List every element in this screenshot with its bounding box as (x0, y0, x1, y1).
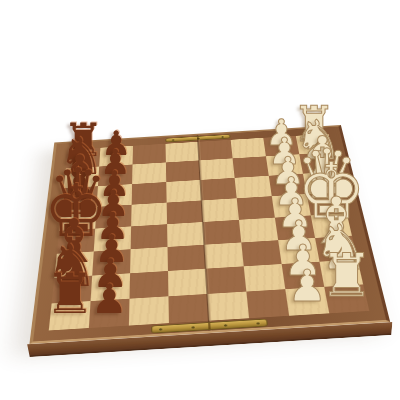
square-e5 (167, 222, 204, 247)
square-a7 (99, 146, 133, 167)
square-g5 (168, 269, 207, 297)
square-e2 (275, 215, 315, 240)
square-g1 (320, 259, 364, 286)
square-e6 (131, 224, 168, 249)
square-a5 (166, 142, 200, 163)
square-f2 (278, 238, 319, 264)
square-f8 (54, 251, 93, 277)
square-e1 (311, 213, 352, 238)
board-frame (29, 125, 390, 344)
square-c8 (62, 186, 98, 209)
square-f1 (315, 236, 357, 262)
square-e7 (94, 226, 131, 251)
square-a6 (133, 144, 166, 165)
square-f3 (241, 240, 281, 266)
square-f4 (204, 242, 243, 268)
square-d1 (307, 192, 347, 216)
square-c7 (97, 184, 132, 207)
square-e8 (57, 229, 95, 254)
hinge-screw-icon (256, 322, 260, 325)
square-b3 (233, 156, 269, 178)
board-perspective-scene (34, 53, 373, 392)
board-rotation-wrapper (0, 0, 400, 400)
square-a1 (296, 134, 333, 154)
square-h6 (129, 296, 169, 325)
square-h1 (324, 284, 369, 313)
square-b6 (132, 162, 166, 184)
square-b1 (299, 152, 337, 173)
square-g6 (130, 271, 169, 299)
square-d8 (59, 207, 96, 231)
square-c4 (200, 178, 236, 201)
folding-chess-board (29, 125, 390, 344)
square-a8 (66, 148, 101, 169)
square-h5 (168, 294, 209, 323)
square-h7 (89, 299, 130, 328)
square-h8 (49, 301, 91, 330)
square-c3 (235, 176, 272, 199)
square-c1 (303, 172, 342, 194)
hinge-screw-icon (159, 328, 162, 331)
square-d2 (272, 194, 311, 218)
square-g8 (52, 276, 93, 304)
square-e3 (239, 218, 278, 243)
square-c2 (269, 174, 307, 196)
square-h2 (285, 287, 329, 316)
square-c5 (166, 180, 201, 203)
square-g7 (91, 273, 131, 301)
hinge-screw-icon (172, 139, 175, 141)
hinge-knuckle-icon (208, 323, 211, 329)
square-d4 (202, 198, 239, 222)
square-d7 (95, 205, 131, 229)
hinge-screw-icon (224, 324, 228, 327)
square-a3 (231, 138, 266, 159)
square-b2 (266, 154, 303, 175)
square-d3 (237, 196, 275, 220)
square-h4 (207, 292, 249, 321)
square-e4 (203, 220, 241, 245)
square-b5 (166, 160, 201, 182)
square-g4 (206, 266, 246, 294)
square-h3 (246, 289, 289, 318)
hinge-knuckle-icon (197, 137, 199, 140)
hinge-screw-icon (191, 326, 194, 329)
square-f6 (130, 247, 168, 273)
square-b4 (199, 158, 234, 180)
square-g2 (282, 262, 325, 289)
square-b8 (64, 167, 99, 189)
square-b7 (98, 164, 133, 186)
square-a4 (198, 140, 232, 161)
square-d6 (131, 203, 167, 227)
square-g3 (244, 264, 286, 292)
square-d5 (167, 200, 203, 224)
square-c6 (132, 182, 167, 205)
square-f7 (92, 249, 130, 275)
product-photo: ♜♞♝♛♚♝♞♜♟♟♟♟♟♟♟♟♟♟♟♟♟♟♟♟♜♞♝♛♚♝♞♜ (0, 0, 400, 400)
square-f5 (168, 245, 206, 271)
square-a2 (263, 136, 299, 157)
board-squares (49, 134, 370, 331)
hinge-screw-icon (221, 136, 224, 138)
